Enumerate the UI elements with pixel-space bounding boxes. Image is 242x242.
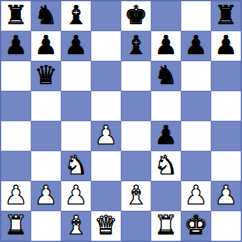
square-c5[interactable]	[61, 91, 91, 121]
square-d3[interactable]	[91, 151, 121, 181]
square-h6[interactable]	[211, 61, 241, 91]
square-c1[interactable]: ♝	[61, 211, 91, 241]
square-g7[interactable]: ♟	[181, 31, 211, 61]
square-h5[interactable]	[211, 91, 241, 121]
piece-black-pawn-a7: ♟	[4, 31, 27, 60]
square-d8[interactable]	[91, 1, 121, 31]
chess-board: ♜♞♝♚♜♟♟♟♝♟♟♟♛♞♟♟♞♞♟♟♟♝♟♟♜♝♛♜♚	[0, 0, 242, 242]
square-b4[interactable]	[31, 121, 61, 151]
square-g3[interactable]	[181, 151, 211, 181]
square-f3[interactable]: ♞	[151, 151, 181, 181]
square-a2[interactable]: ♟	[1, 181, 31, 211]
square-e1[interactable]	[121, 211, 151, 241]
square-b7[interactable]: ♟	[31, 31, 61, 61]
square-h2[interactable]: ♟	[211, 181, 241, 211]
square-c2[interactable]: ♟	[61, 181, 91, 211]
square-a4[interactable]	[1, 121, 31, 151]
square-a6[interactable]	[1, 61, 31, 91]
piece-black-rook-a8: ♜	[4, 1, 27, 30]
square-h7[interactable]: ♟	[211, 31, 241, 61]
square-e8[interactable]: ♚	[121, 1, 151, 31]
square-f2[interactable]	[151, 181, 181, 211]
piece-black-pawn-b7: ♟	[34, 31, 57, 60]
piece-black-knight-f6: ♞	[154, 61, 177, 90]
square-d2[interactable]	[91, 181, 121, 211]
piece-white-knight-c3: ♞	[64, 151, 87, 180]
piece-white-bishop-c1: ♝	[64, 211, 87, 240]
piece-white-queen-d1: ♛	[94, 211, 117, 240]
square-h3[interactable]	[211, 151, 241, 181]
square-c3[interactable]: ♞	[61, 151, 91, 181]
square-h4[interactable]	[211, 121, 241, 151]
piece-white-pawn-d4: ♟	[94, 121, 117, 150]
square-a7[interactable]: ♟	[1, 31, 31, 61]
square-e5[interactable]	[121, 91, 151, 121]
square-f1[interactable]: ♜	[151, 211, 181, 241]
piece-white-king-g1: ♚	[184, 211, 207, 240]
piece-black-pawn-f4: ♟	[154, 121, 177, 150]
square-a8[interactable]: ♜	[1, 1, 31, 31]
piece-black-rook-h8: ♜	[214, 1, 237, 30]
square-g8[interactable]	[181, 1, 211, 31]
square-f8[interactable]	[151, 1, 181, 31]
square-b5[interactable]	[31, 91, 61, 121]
piece-white-pawn-a2: ♟	[4, 181, 27, 210]
piece-white-knight-f3: ♞	[154, 151, 177, 180]
piece-white-pawn-h2: ♟	[214, 181, 237, 210]
square-c6[interactable]	[61, 61, 91, 91]
square-h1[interactable]	[211, 211, 241, 241]
square-d1[interactable]: ♛	[91, 211, 121, 241]
square-g5[interactable]	[181, 91, 211, 121]
square-e2[interactable]: ♝	[121, 181, 151, 211]
square-d7[interactable]	[91, 31, 121, 61]
square-g6[interactable]	[181, 61, 211, 91]
square-f6[interactable]: ♞	[151, 61, 181, 91]
square-f7[interactable]: ♟	[151, 31, 181, 61]
piece-white-pawn-g2: ♟	[184, 181, 207, 210]
square-a5[interactable]	[1, 91, 31, 121]
piece-black-pawn-c7: ♟	[64, 31, 87, 60]
piece-white-bishop-e2: ♝	[124, 181, 147, 210]
square-b3[interactable]	[31, 151, 61, 181]
square-a3[interactable]	[1, 151, 31, 181]
square-e7[interactable]: ♝	[121, 31, 151, 61]
square-d4[interactable]: ♟	[91, 121, 121, 151]
piece-black-king-e8: ♚	[124, 1, 147, 30]
square-g1[interactable]: ♚	[181, 211, 211, 241]
square-b2[interactable]: ♟	[31, 181, 61, 211]
square-f4[interactable]: ♟	[151, 121, 181, 151]
piece-black-pawn-h7: ♟	[214, 31, 237, 60]
piece-black-pawn-g7: ♟	[184, 31, 207, 60]
square-a1[interactable]: ♜	[1, 211, 31, 241]
square-e6[interactable]	[121, 61, 151, 91]
square-b8[interactable]: ♞	[31, 1, 61, 31]
square-c4[interactable]	[61, 121, 91, 151]
piece-white-pawn-b2: ♟	[34, 181, 57, 210]
piece-white-rook-f1: ♜	[154, 211, 177, 240]
square-e3[interactable]	[121, 151, 151, 181]
piece-black-queen-b6: ♛	[34, 61, 57, 90]
piece-white-rook-a1: ♜	[4, 211, 27, 240]
square-f5[interactable]	[151, 91, 181, 121]
square-b1[interactable]	[31, 211, 61, 241]
piece-black-bishop-c8: ♝	[64, 1, 87, 30]
square-b6[interactable]: ♛	[31, 61, 61, 91]
square-d5[interactable]	[91, 91, 121, 121]
square-g4[interactable]	[181, 121, 211, 151]
square-c8[interactable]: ♝	[61, 1, 91, 31]
square-e4[interactable]	[121, 121, 151, 151]
square-d6[interactable]	[91, 61, 121, 91]
piece-white-pawn-c2: ♟	[64, 181, 87, 210]
square-g2[interactable]: ♟	[181, 181, 211, 211]
square-h8[interactable]: ♜	[211, 1, 241, 31]
piece-black-pawn-f7: ♟	[154, 31, 177, 60]
piece-black-bishop-e7: ♝	[124, 31, 147, 60]
square-c7[interactable]: ♟	[61, 31, 91, 61]
piece-black-knight-b8: ♞	[34, 1, 57, 30]
